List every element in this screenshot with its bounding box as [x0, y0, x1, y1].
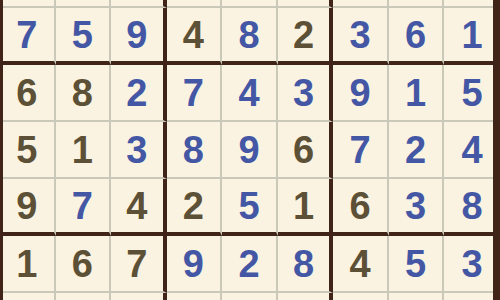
- cell-r2c7[interactable]: [333, 0, 389, 8]
- cell-r5c7[interactable]: 7: [333, 122, 389, 179]
- board-outer-border-right: [493, 0, 500, 300]
- cell-r2c8[interactable]: [389, 0, 445, 8]
- cell-r7c1[interactable]: 1: [0, 236, 56, 293]
- cell-r5c3[interactable]: 3: [111, 122, 167, 179]
- cell-r4c6[interactable]: 3: [278, 65, 334, 122]
- cell-r4c7[interactable]: 9: [333, 65, 389, 122]
- cell-r7c6[interactable]: 8: [278, 236, 334, 293]
- cell-r3c9[interactable]: 1: [444, 8, 500, 65]
- cell-r2c2[interactable]: [56, 0, 112, 8]
- cell-r7c4[interactable]: 9: [167, 236, 223, 293]
- given-digit: 9: [16, 187, 37, 225]
- cell-r7c9[interactable]: 3: [444, 236, 500, 293]
- given-digit: 4: [126, 187, 147, 225]
- cell-r5c8[interactable]: 2: [389, 122, 445, 179]
- filled-digit: 3: [349, 16, 370, 54]
- cell-r6c5[interactable]: 5: [222, 179, 278, 236]
- cell-r4c4[interactable]: 7: [167, 65, 223, 122]
- cell-r7c3[interactable]: 7: [111, 236, 167, 293]
- cell-r3c7[interactable]: 3: [333, 8, 389, 65]
- cell-r5c9[interactable]: 4: [444, 122, 500, 179]
- given-digit: 6: [16, 74, 37, 112]
- cell-r6c4[interactable]: 2: [167, 179, 223, 236]
- given-digit: 6: [293, 131, 314, 169]
- cell-r6c1[interactable]: 9: [0, 179, 56, 236]
- cell-r6c7[interactable]: 6: [333, 179, 389, 236]
- cell-r6c3[interactable]: 4: [111, 179, 167, 236]
- filled-digit: 3: [293, 74, 314, 112]
- filled-digit: 8: [462, 187, 483, 225]
- filled-digit: 7: [183, 74, 204, 112]
- cell-r3c1[interactable]: 7: [0, 8, 56, 65]
- filled-digit: 9: [238, 131, 259, 169]
- cell-r3c8[interactable]: 6: [389, 8, 445, 65]
- given-digit: 4: [183, 16, 204, 54]
- cell-r7c5[interactable]: 2: [222, 236, 278, 293]
- cell-r8c2[interactable]: [56, 293, 112, 300]
- cell-r8c4[interactable]: [167, 293, 223, 300]
- filled-digit: 7: [16, 16, 37, 54]
- given-digit: 6: [72, 245, 93, 283]
- filled-digit: 7: [349, 131, 370, 169]
- cell-r4c5[interactable]: 4: [222, 65, 278, 122]
- cell-r3c3[interactable]: 9: [111, 8, 167, 65]
- cell-r5c2[interactable]: 1: [56, 122, 112, 179]
- sudoku-app-viewport: 7594823616827439155138967249742516381679…: [0, 0, 500, 300]
- filled-digit: 4: [462, 131, 483, 169]
- cell-r5c1[interactable]: 5: [0, 122, 56, 179]
- given-digit: 8: [72, 74, 93, 112]
- cell-r8c5[interactable]: [222, 293, 278, 300]
- filled-digit: 6: [405, 16, 426, 54]
- given-digit: 1: [293, 187, 314, 225]
- filled-digit: 9: [349, 74, 370, 112]
- cell-r2c1[interactable]: [0, 0, 56, 8]
- filled-digit: 9: [183, 245, 204, 283]
- filled-digit: 5: [405, 245, 426, 283]
- filled-digit: 2: [238, 245, 259, 283]
- cell-r7c7[interactable]: 4: [333, 236, 389, 293]
- sudoku-board: 7594823616827439155138967249742516381679…: [0, 0, 500, 300]
- cell-r8c6[interactable]: [278, 293, 334, 300]
- cell-r4c1[interactable]: 6: [0, 65, 56, 122]
- given-digit: 5: [16, 131, 37, 169]
- filled-digit: 9: [126, 16, 147, 54]
- cell-r5c5[interactable]: 9: [222, 122, 278, 179]
- cell-r3c6[interactable]: 2: [278, 8, 334, 65]
- filled-digit: 7: [72, 187, 93, 225]
- cell-r6c9[interactable]: 8: [444, 179, 500, 236]
- filled-digit: 2: [405, 131, 426, 169]
- filled-digit: 4: [238, 74, 259, 112]
- filled-digit: 5: [238, 187, 259, 225]
- cell-r6c2[interactable]: 7: [56, 179, 112, 236]
- filled-digit: 8: [238, 16, 259, 54]
- filled-digit: 8: [183, 131, 204, 169]
- filled-digit: 1: [405, 74, 426, 112]
- cell-r4c9[interactable]: 5: [444, 65, 500, 122]
- filled-digit: 3: [405, 187, 426, 225]
- cell-r8c3[interactable]: [111, 293, 167, 300]
- cell-r2c5[interactable]: [222, 0, 278, 8]
- filled-digit: 2: [126, 74, 147, 112]
- filled-digit: 5: [72, 16, 93, 54]
- cell-r3c2[interactable]: 5: [56, 8, 112, 65]
- cell-r8c1[interactable]: [0, 293, 56, 300]
- cell-r8c7[interactable]: [333, 293, 389, 300]
- cell-r2c4[interactable]: [167, 0, 223, 8]
- cell-r5c6[interactable]: 6: [278, 122, 334, 179]
- given-digit: 6: [349, 187, 370, 225]
- cell-r2c3[interactable]: [111, 0, 167, 8]
- filled-digit: 3: [126, 131, 147, 169]
- filled-digit: 5: [462, 74, 483, 112]
- given-digit: 1: [16, 245, 37, 283]
- cell-r3c5[interactable]: 8: [222, 8, 278, 65]
- cell-r6c6[interactable]: 1: [278, 179, 334, 236]
- given-digit: 2: [293, 16, 314, 54]
- filled-digit: 8: [293, 245, 314, 283]
- cell-r7c8[interactable]: 5: [389, 236, 445, 293]
- board-outer-border-left: [0, 0, 3, 300]
- given-digit: 1: [72, 131, 93, 169]
- cell-r8c8[interactable]: [389, 293, 445, 300]
- cell-r7c2[interactable]: 6: [56, 236, 112, 293]
- filled-digit: 1: [462, 16, 483, 54]
- cell-r4c8[interactable]: 1: [389, 65, 445, 122]
- given-digit: 4: [349, 245, 370, 283]
- cell-r8c9[interactable]: [444, 293, 500, 300]
- cell-r5c4[interactable]: 8: [167, 122, 223, 179]
- filled-digit: 3: [462, 245, 483, 283]
- cell-r4c3[interactable]: 2: [111, 65, 167, 122]
- given-digit: 7: [126, 245, 147, 283]
- given-digit: 2: [183, 187, 204, 225]
- cell-r6c8[interactable]: 3: [389, 179, 445, 236]
- cell-r2c9[interactable]: [444, 0, 500, 8]
- cell-r4c2[interactable]: 8: [56, 65, 112, 122]
- cell-r3c4[interactable]: 4: [167, 8, 223, 65]
- cell-r2c6[interactable]: [278, 0, 334, 8]
